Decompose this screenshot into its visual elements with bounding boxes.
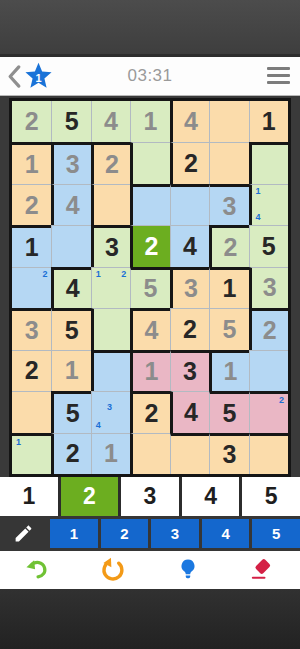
cell-value: 4 xyxy=(184,400,198,425)
pencil-mark: 1 xyxy=(16,438,21,447)
cell-r5c3[interactable]: 12 xyxy=(91,267,130,308)
cell-r7c2[interactable]: 1 xyxy=(51,350,90,391)
bottom-dark-area xyxy=(0,589,300,649)
cell-r2c6[interactable] xyxy=(209,142,248,183)
cell-value: 2 xyxy=(223,235,237,260)
cell-value: 3 xyxy=(105,235,119,260)
cell-r5c2[interactable]: 4 xyxy=(51,267,90,308)
number-button-4[interactable]: 4 xyxy=(182,477,240,516)
pencil-mark: 1 xyxy=(96,270,101,279)
cell-r1c5[interactable]: 4 xyxy=(170,101,209,142)
cell-r7c3[interactable] xyxy=(91,350,130,391)
cell-value: 2 xyxy=(263,318,277,343)
cell-r8c4[interactable]: 2 xyxy=(130,391,169,432)
lightbulb-icon xyxy=(175,557,201,583)
cell-value: 1 xyxy=(25,152,39,177)
cell-value: 3 xyxy=(222,194,236,219)
cell-value: 5 xyxy=(222,317,236,342)
pencil-number-button-1[interactable]: 1 xyxy=(50,519,98,548)
cell-value: 3 xyxy=(263,275,277,300)
cell-value: 1 xyxy=(145,359,159,384)
cell-value: 5 xyxy=(262,234,276,259)
cell-r9c2[interactable]: 2 xyxy=(51,433,90,474)
cell-r4c1[interactable]: 1 xyxy=(12,225,51,266)
timer-label: 03:31 xyxy=(0,66,300,86)
cell-r6c6[interactable]: 5 xyxy=(209,308,248,349)
cell-value: 4 xyxy=(66,276,80,301)
cell-r6c7[interactable]: 2 xyxy=(249,308,288,349)
nav-bar: 1 03:31 xyxy=(0,57,300,96)
cell-r6c1[interactable]: 3 xyxy=(12,308,51,349)
cell-r7c1[interactable]: 2 xyxy=(12,350,51,391)
cell-r7c6[interactable]: 1 xyxy=(209,350,248,391)
app-screen: 1 03:31 25414113222431413242524125313354… xyxy=(0,0,300,649)
cell-r5c6[interactable]: 1 xyxy=(209,267,248,308)
cell-r2c5[interactable]: 2 xyxy=(170,142,209,183)
cell-r3c2[interactable]: 4 xyxy=(51,184,90,225)
cell-r9c3[interactable]: 1 xyxy=(91,433,130,474)
cell-r2c2[interactable]: 3 xyxy=(51,142,90,183)
cell-value: 4 xyxy=(145,318,159,343)
cell-r4c4[interactable]: 2 xyxy=(130,225,169,266)
cell-value: 3 xyxy=(183,359,197,384)
pencil-mode-button[interactable] xyxy=(0,519,47,548)
pencil-number-button-4[interactable]: 4 xyxy=(202,519,250,548)
cell-r2c7[interactable] xyxy=(249,142,288,183)
cell-r6c5[interactable]: 2 xyxy=(170,308,209,349)
cell-r3c4[interactable] xyxy=(130,184,169,225)
pencil-mark: 2 xyxy=(279,396,284,405)
cell-r2c3[interactable]: 2 xyxy=(91,142,130,183)
cell-value: 2 xyxy=(105,152,119,177)
restart-icon xyxy=(99,557,126,584)
cell-r5c1[interactable]: 2 xyxy=(12,267,51,308)
cell-r8c3[interactable]: 34 xyxy=(91,391,130,432)
menu-button[interactable] xyxy=(267,67,290,88)
cell-r8c2[interactable]: 5 xyxy=(51,391,90,432)
cell-value: 1 xyxy=(222,276,236,301)
cell-value: 2 xyxy=(145,234,159,259)
cell-r8c1[interactable] xyxy=(12,391,51,432)
menu-icon xyxy=(267,67,290,70)
pencil-number-button-2[interactable]: 2 xyxy=(101,519,149,548)
cell-r1c2[interactable]: 5 xyxy=(51,101,90,142)
cell-value: 4 xyxy=(184,109,198,134)
number-button-2[interactable]: 2 xyxy=(61,477,119,516)
cell-r9c5[interactable] xyxy=(170,433,209,474)
cell-value: 1 xyxy=(25,235,39,260)
cell-r9c1[interactable]: 1 xyxy=(12,433,51,474)
pencil-mark: 4 xyxy=(96,421,101,430)
cell-value: 2 xyxy=(25,193,39,218)
cell-r1c6[interactable] xyxy=(209,101,248,142)
pencil-number-button-3[interactable]: 3 xyxy=(151,519,199,548)
number-button-3[interactable]: 3 xyxy=(121,477,179,516)
cell-value: 1 xyxy=(223,359,237,384)
cell-value: 4 xyxy=(104,109,118,134)
eraser-icon xyxy=(249,557,276,584)
cell-r2c1[interactable]: 1 xyxy=(12,142,51,183)
cell-r8c5[interactable]: 4 xyxy=(170,391,209,432)
cell-value: 1 xyxy=(104,441,118,466)
cell-r9c7[interactable] xyxy=(249,433,288,474)
cell-value: 5 xyxy=(144,276,158,301)
cell-r5c4[interactable]: 5 xyxy=(130,267,169,308)
cell-r4c6[interactable]: 2 xyxy=(209,225,248,266)
cell-r6c2[interactable]: 5 xyxy=(51,308,90,349)
cell-value: 3 xyxy=(222,442,236,467)
cell-r3c5[interactable] xyxy=(170,184,209,225)
cell-value: 1 xyxy=(144,109,158,134)
pencil-mark: 4 xyxy=(256,213,261,222)
puzzle-grid: 2541411322243141324252412531335425221131… xyxy=(9,98,291,477)
cell-value: 2 xyxy=(25,109,39,134)
cell-r3c6[interactable]: 3 xyxy=(209,184,248,225)
pencil-mark: 2 xyxy=(42,270,47,279)
cell-r1c4[interactable]: 1 xyxy=(130,101,169,142)
cell-r4c3[interactable]: 3 xyxy=(91,225,130,266)
cell-value: 5 xyxy=(65,318,79,343)
number-button-1[interactable]: 1 xyxy=(0,477,58,516)
cell-value: 2 xyxy=(183,317,197,342)
cell-value: 1 xyxy=(65,358,79,383)
cell-r4c7[interactable]: 5 xyxy=(249,225,288,266)
cell-r3c1[interactable]: 2 xyxy=(12,184,51,225)
cell-value: 2 xyxy=(145,401,159,426)
cell-r5c7[interactable]: 3 xyxy=(249,267,288,308)
cell-value: 5 xyxy=(222,401,236,426)
pencil-number-button-5[interactable]: 5 xyxy=(252,519,300,548)
cell-r4c5[interactable]: 4 xyxy=(170,225,209,266)
cell-value: 4 xyxy=(66,193,80,218)
pencil-input-row: 12345 xyxy=(0,519,300,548)
cell-r1c7[interactable]: 1 xyxy=(249,101,288,142)
cell-r5c5[interactable]: 3 xyxy=(170,267,209,308)
cell-value: 1 xyxy=(262,109,276,134)
pencil-icon xyxy=(13,523,34,544)
number-input-row: 12345 xyxy=(0,477,300,516)
cell-r1c3[interactable]: 4 xyxy=(91,101,130,142)
cell-r8c6[interactable]: 5 xyxy=(209,391,248,432)
undo-icon xyxy=(24,557,51,584)
cell-r9c4[interactable] xyxy=(130,433,169,474)
cell-value: 4 xyxy=(183,234,197,259)
status-bar xyxy=(0,0,300,57)
cell-value: 5 xyxy=(65,109,79,134)
cell-r7c4[interactable]: 1 xyxy=(130,350,169,391)
cell-r6c4[interactable]: 4 xyxy=(130,308,169,349)
cell-r1c1[interactable]: 2 xyxy=(12,101,51,142)
pencil-mark: 2 xyxy=(121,270,126,279)
cell-r9c6[interactable]: 3 xyxy=(209,433,248,474)
cell-value: 3 xyxy=(66,152,80,177)
undo-button[interactable] xyxy=(16,553,60,587)
cell-r4c2[interactable] xyxy=(51,225,90,266)
cell-r7c7[interactable] xyxy=(249,350,288,391)
restart-button[interactable] xyxy=(91,553,135,587)
cell-value: 3 xyxy=(184,276,198,301)
cell-value: 2 xyxy=(66,441,80,466)
hint-button[interactable] xyxy=(166,553,210,587)
cell-r3c7[interactable]: 14 xyxy=(249,184,288,225)
cell-r7c5[interactable]: 3 xyxy=(170,350,209,391)
erase-button[interactable] xyxy=(241,553,285,587)
number-button-5[interactable]: 5 xyxy=(242,477,300,516)
toolbar xyxy=(0,551,300,589)
cell-r3c3[interactable] xyxy=(91,184,130,225)
board-area: 2541411322243141324252412531335425221131… xyxy=(0,96,300,477)
cell-value: 2 xyxy=(25,358,39,383)
pencil-mark: 1 xyxy=(256,187,261,196)
cell-r6c3[interactable] xyxy=(91,308,130,349)
cell-r2c4[interactable] xyxy=(130,142,169,183)
cell-value: 2 xyxy=(184,151,198,176)
cell-value: 5 xyxy=(66,401,80,426)
cell-value: 3 xyxy=(25,318,39,343)
pencil-mark: 3 xyxy=(107,402,112,411)
cell-r8c7[interactable]: 2 xyxy=(249,391,288,432)
